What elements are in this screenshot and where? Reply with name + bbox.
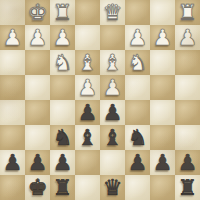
piece-white-bishop: ♝ [75,50,100,75]
square-b3[interactable] [150,50,175,75]
square-b8[interactable] [150,175,175,200]
piece-black-pawn: ♟ [50,150,75,175]
square-h1[interactable] [0,0,25,25]
piece-white-pawn: ♟ [100,75,125,100]
piece-black-queen: ♛ [100,175,125,200]
piece-black-pawn: ♟ [0,150,25,175]
square-a4[interactable] [175,75,200,100]
square-d2[interactable] [100,25,125,50]
piece-white-pawn: ♟ [175,25,200,50]
chess-board: ♚♜♛♜♟♟♟♟♟♟♞♝♝♞♟♟♟♟♞♝♝♞♟♟♟♟♟♟♚♜♛♜ [0,0,200,200]
piece-white-pawn: ♟ [0,25,25,50]
square-d5[interactable]: ♟ [100,100,125,125]
square-c8[interactable] [125,175,150,200]
square-h2[interactable]: ♟ [0,25,25,50]
square-a1[interactable]: ♜ [175,0,200,25]
square-g7[interactable]: ♟ [25,150,50,175]
square-e1[interactable] [75,0,100,25]
square-e8[interactable] [75,175,100,200]
square-b1[interactable] [150,0,175,25]
piece-black-pawn: ♟ [125,150,150,175]
square-f3[interactable]: ♞ [50,50,75,75]
square-c5[interactable] [125,100,150,125]
piece-black-king: ♚ [25,175,50,200]
piece-white-rook: ♜ [50,0,75,25]
square-g1[interactable]: ♚ [25,0,50,25]
square-f4[interactable] [50,75,75,100]
square-h7[interactable]: ♟ [0,150,25,175]
piece-white-king: ♚ [25,0,50,25]
square-b5[interactable] [150,100,175,125]
square-h6[interactable] [0,125,25,150]
square-f6[interactable]: ♞ [50,125,75,150]
square-g5[interactable] [25,100,50,125]
square-g3[interactable] [25,50,50,75]
square-d6[interactable]: ♝ [100,125,125,150]
piece-white-pawn: ♟ [25,25,50,50]
piece-white-queen: ♛ [100,0,125,25]
piece-black-pawn: ♟ [75,100,100,125]
square-f2[interactable]: ♟ [50,25,75,50]
piece-black-pawn: ♟ [150,150,175,175]
square-a8[interactable]: ♜ [175,175,200,200]
piece-black-pawn: ♟ [175,150,200,175]
square-f5[interactable] [50,100,75,125]
square-f7[interactable]: ♟ [50,150,75,175]
square-e7[interactable] [75,150,100,175]
piece-white-bishop: ♝ [100,50,125,75]
square-c4[interactable] [125,75,150,100]
square-b6[interactable] [150,125,175,150]
square-h3[interactable] [0,50,25,75]
square-e5[interactable]: ♟ [75,100,100,125]
square-h8[interactable] [0,175,25,200]
square-e2[interactable] [75,25,100,50]
piece-black-pawn: ♟ [25,150,50,175]
square-c6[interactable]: ♞ [125,125,150,150]
piece-white-pawn: ♟ [125,25,150,50]
square-a3[interactable] [175,50,200,75]
chess-app-viewport: ♚♜♛♜♟♟♟♟♟♟♞♝♝♞♟♟♟♟♞♝♝♞♟♟♟♟♟♟♚♜♛♜ [0,0,200,200]
square-g8[interactable]: ♚ [25,175,50,200]
square-b7[interactable]: ♟ [150,150,175,175]
piece-black-pawn: ♟ [100,100,125,125]
piece-black-knight: ♞ [50,125,75,150]
square-a7[interactable]: ♟ [175,150,200,175]
square-h4[interactable] [0,75,25,100]
square-a2[interactable]: ♟ [175,25,200,50]
piece-black-bishop: ♝ [75,125,100,150]
piece-black-rook: ♜ [175,175,200,200]
square-g2[interactable]: ♟ [25,25,50,50]
square-g4[interactable] [25,75,50,100]
piece-black-rook: ♜ [50,175,75,200]
piece-black-knight: ♞ [125,125,150,150]
square-c1[interactable] [125,0,150,25]
square-c7[interactable]: ♟ [125,150,150,175]
square-h5[interactable] [0,100,25,125]
square-c3[interactable]: ♞ [125,50,150,75]
square-d3[interactable]: ♝ [100,50,125,75]
square-a5[interactable] [175,100,200,125]
square-b4[interactable] [150,75,175,100]
square-d7[interactable] [100,150,125,175]
square-e4[interactable]: ♟ [75,75,100,100]
square-f8[interactable]: ♜ [50,175,75,200]
piece-white-pawn: ♟ [50,25,75,50]
piece-white-pawn: ♟ [75,75,100,100]
square-d8[interactable]: ♛ [100,175,125,200]
piece-white-knight: ♞ [50,50,75,75]
square-f1[interactable]: ♜ [50,0,75,25]
square-e6[interactable]: ♝ [75,125,100,150]
square-c2[interactable]: ♟ [125,25,150,50]
square-b2[interactable]: ♟ [150,25,175,50]
piece-white-rook: ♜ [175,0,200,25]
square-a6[interactable] [175,125,200,150]
square-g6[interactable] [25,125,50,150]
piece-white-knight: ♞ [125,50,150,75]
square-d1[interactable]: ♛ [100,0,125,25]
square-e3[interactable]: ♝ [75,50,100,75]
piece-white-pawn: ♟ [150,25,175,50]
piece-black-bishop: ♝ [100,125,125,150]
square-d4[interactable]: ♟ [100,75,125,100]
